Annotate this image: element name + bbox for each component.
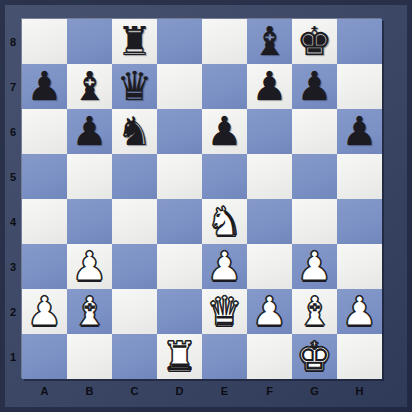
piece-white-rook-d1[interactable]: ♜	[162, 334, 198, 379]
piece-white-king-g1[interactable]: ♚	[297, 334, 333, 379]
square-h6[interactable]: ♟	[337, 109, 382, 154]
square-g5[interactable]	[292, 154, 337, 199]
square-f1[interactable]	[247, 334, 292, 379]
piece-white-knight-e4[interactable]: ♞	[207, 199, 243, 244]
rank-label-3: 3	[0, 244, 22, 289]
square-b8[interactable]	[67, 19, 112, 64]
square-h3[interactable]	[337, 244, 382, 289]
square-d6[interactable]	[157, 109, 202, 154]
square-e2[interactable]: ♛	[202, 289, 247, 334]
square-a7[interactable]: ♟	[22, 64, 67, 109]
piece-black-pawn-f7[interactable]: ♟	[252, 64, 288, 109]
square-e4[interactable]: ♞	[202, 199, 247, 244]
square-b7[interactable]: ♝	[67, 64, 112, 109]
square-g7[interactable]: ♟	[292, 64, 337, 109]
square-d3[interactable]	[157, 244, 202, 289]
piece-white-queen-e2[interactable]: ♛	[207, 289, 243, 334]
piece-black-bishop-f8[interactable]: ♝	[252, 19, 288, 64]
square-e5[interactable]	[202, 154, 247, 199]
file-label-h: H	[337, 381, 382, 401]
square-b3[interactable]: ♟	[67, 244, 112, 289]
square-g1[interactable]: ♚	[292, 334, 337, 379]
square-g8[interactable]: ♚	[292, 19, 337, 64]
square-d1[interactable]: ♜	[157, 334, 202, 379]
square-g3[interactable]: ♟	[292, 244, 337, 289]
square-a1[interactable]	[22, 334, 67, 379]
square-c1[interactable]	[112, 334, 157, 379]
piece-white-pawn-g3[interactable]: ♟	[297, 244, 333, 289]
square-d4[interactable]	[157, 199, 202, 244]
piece-white-bishop-g2[interactable]: ♝	[297, 289, 333, 334]
file-label-e: E	[202, 381, 247, 401]
square-a6[interactable]	[22, 109, 67, 154]
square-h1[interactable]	[337, 334, 382, 379]
rank-label-2: 2	[0, 289, 22, 334]
piece-black-pawn-e6[interactable]: ♟	[207, 109, 243, 154]
file-label-b: B	[67, 381, 112, 401]
square-a5[interactable]	[22, 154, 67, 199]
piece-white-pawn-e3[interactable]: ♟	[207, 244, 243, 289]
file-label-a: A	[22, 381, 67, 401]
square-e6[interactable]: ♟	[202, 109, 247, 154]
square-f7[interactable]: ♟	[247, 64, 292, 109]
square-f4[interactable]	[247, 199, 292, 244]
square-e7[interactable]	[202, 64, 247, 109]
square-d8[interactable]	[157, 19, 202, 64]
square-e8[interactable]	[202, 19, 247, 64]
piece-white-pawn-b3[interactable]: ♟	[72, 244, 108, 289]
rank-label-1: 1	[0, 334, 22, 379]
square-c3[interactable]	[112, 244, 157, 289]
piece-white-pawn-f2[interactable]: ♟	[252, 289, 288, 334]
square-b5[interactable]	[67, 154, 112, 199]
piece-white-bishop-b2[interactable]: ♝	[72, 289, 108, 334]
square-g6[interactable]	[292, 109, 337, 154]
piece-black-bishop-b7[interactable]: ♝	[72, 64, 108, 109]
square-d7[interactable]	[157, 64, 202, 109]
file-label-f: F	[247, 381, 292, 401]
file-label-c: C	[112, 381, 157, 401]
square-h7[interactable]	[337, 64, 382, 109]
file-label-d: D	[157, 381, 202, 401]
square-c4[interactable]	[112, 199, 157, 244]
square-f3[interactable]	[247, 244, 292, 289]
square-a8[interactable]	[22, 19, 67, 64]
piece-black-pawn-a7[interactable]: ♟	[27, 64, 63, 109]
square-c5[interactable]	[112, 154, 157, 199]
piece-white-pawn-a2[interactable]: ♟	[27, 289, 63, 334]
square-b4[interactable]	[67, 199, 112, 244]
square-c8[interactable]: ♜	[112, 19, 157, 64]
square-c6[interactable]: ♞	[112, 109, 157, 154]
square-h5[interactable]	[337, 154, 382, 199]
square-a2[interactable]: ♟	[22, 289, 67, 334]
file-label-g: G	[292, 381, 337, 401]
piece-black-queen-c7[interactable]: ♛	[117, 64, 153, 109]
chess-board-frame: 87654321 ♜♝♚♟♝♛♟♟♟♞♟♟♞♟♟♟♟♝♛♟♝♟♜♚ ABCDEF…	[0, 0, 412, 412]
piece-black-pawn-h6[interactable]: ♟	[342, 109, 378, 154]
square-f8[interactable]: ♝	[247, 19, 292, 64]
piece-black-knight-c6[interactable]: ♞	[117, 109, 153, 154]
rank-labels: 87654321	[0, 19, 22, 379]
square-g2[interactable]: ♝	[292, 289, 337, 334]
square-h8[interactable]	[337, 19, 382, 64]
square-c7[interactable]: ♛	[112, 64, 157, 109]
piece-black-pawn-b6[interactable]: ♟	[72, 109, 108, 154]
square-f5[interactable]	[247, 154, 292, 199]
square-b6[interactable]: ♟	[67, 109, 112, 154]
square-c2[interactable]	[112, 289, 157, 334]
piece-black-pawn-g7[interactable]: ♟	[297, 64, 333, 109]
square-e3[interactable]: ♟	[202, 244, 247, 289]
square-f6[interactable]	[247, 109, 292, 154]
square-d2[interactable]	[157, 289, 202, 334]
square-d5[interactable]	[157, 154, 202, 199]
square-a4[interactable]	[22, 199, 67, 244]
file-labels: ABCDEFGH	[22, 381, 382, 401]
rank-label-7: 7	[0, 64, 22, 109]
rank-label-6: 6	[0, 109, 22, 154]
rank-label-8: 8	[0, 19, 22, 64]
piece-black-rook-c8[interactable]: ♜	[117, 19, 153, 64]
square-a3[interactable]	[22, 244, 67, 289]
square-g4[interactable]	[292, 199, 337, 244]
piece-white-pawn-h2[interactable]: ♟	[342, 289, 378, 334]
rank-label-4: 4	[0, 199, 22, 244]
piece-black-king-g8[interactable]: ♚	[297, 19, 333, 64]
square-b2[interactable]: ♝	[67, 289, 112, 334]
chess-board: ♜♝♚♟♝♛♟♟♟♞♟♟♞♟♟♟♟♝♛♟♝♟♜♚	[22, 19, 382, 379]
square-f2[interactable]: ♟	[247, 289, 292, 334]
square-h4[interactable]	[337, 199, 382, 244]
rank-label-5: 5	[0, 154, 22, 199]
square-e1[interactable]	[202, 334, 247, 379]
square-b1[interactable]	[67, 334, 112, 379]
square-h2[interactable]: ♟	[337, 289, 382, 334]
